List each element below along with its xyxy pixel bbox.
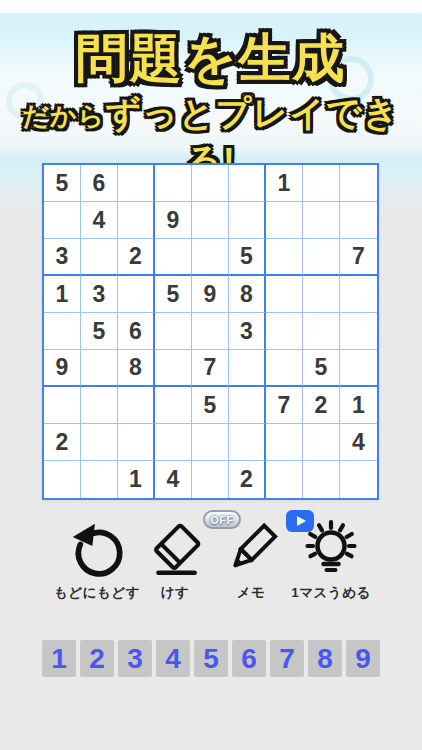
sudoku-cell-r5c1[interactable] (44, 313, 81, 350)
sudoku-cell-r8c6[interactable] (229, 424, 266, 461)
sudoku-cell-r5c8[interactable] (303, 313, 340, 350)
sudoku-cell-r3c5[interactable] (192, 239, 229, 276)
sudoku-cell-r4c5[interactable]: 9 (192, 276, 229, 313)
sudoku-cell-r6c2[interactable] (81, 350, 118, 387)
sudoku-cell-r8c3[interactable] (118, 424, 155, 461)
sudoku-cell-r2c6[interactable] (229, 202, 266, 239)
sudoku-cell-r8c9[interactable]: 4 (340, 424, 377, 461)
sudoku-cell-r9c7[interactable] (266, 461, 303, 498)
numpad-button-7[interactable]: 7 (270, 640, 304, 677)
sudoku-cell-r9c6[interactable]: 2 (229, 461, 266, 498)
sudoku-cell-r6c6[interactable] (229, 350, 266, 387)
sudoku-cell-r1c9[interactable] (340, 165, 377, 202)
sudoku-cell-r6c5[interactable]: 7 (192, 350, 229, 387)
sudoku-cell-r5c2[interactable]: 5 (81, 313, 118, 350)
sudoku-cell-r4c9[interactable] (340, 276, 377, 313)
sudoku-cell-r9c8[interactable] (303, 461, 340, 498)
sudoku-cell-r2c9[interactable] (340, 202, 377, 239)
banner-title: 問題を生成 (0, 30, 422, 86)
hint-label: 1マスうめる (276, 584, 386, 602)
sudoku-cell-r4c1[interactable]: 1 (44, 276, 81, 313)
sudoku-cell-r5c4[interactable] (155, 313, 192, 350)
sudoku-cell-r7c7[interactable]: 7 (266, 387, 303, 424)
sudoku-cell-r1c2[interactable]: 6 (81, 165, 118, 202)
numpad-button-2[interactable]: 2 (80, 640, 114, 677)
sudoku-cell-r7c8[interactable]: 2 (303, 387, 340, 424)
promo-banner: 問題を生成 だからずっとプレイできる! (0, 12, 422, 162)
sudoku-cell-r8c4[interactable] (155, 424, 192, 461)
sudoku-cell-r5c3[interactable]: 6 (118, 313, 155, 350)
sudoku-cell-r2c7[interactable] (266, 202, 303, 239)
sudoku-cell-r3c4[interactable] (155, 239, 192, 276)
numpad-button-8[interactable]: 8 (308, 640, 342, 677)
sudoku-cell-r3c2[interactable] (81, 239, 118, 276)
sudoku-cell-r1c8[interactable] (303, 165, 340, 202)
sudoku-cell-r3c9[interactable]: 7 (340, 239, 377, 276)
sudoku-cell-r4c8[interactable] (303, 276, 340, 313)
sudoku-cell-r4c7[interactable] (266, 276, 303, 313)
sudoku-cell-r5c5[interactable] (192, 313, 229, 350)
sudoku-cell-r9c4[interactable]: 4 (155, 461, 192, 498)
numpad-button-5[interactable]: 5 (194, 640, 228, 677)
sudoku-cell-r7c1[interactable] (44, 387, 81, 424)
sudoku-cell-r4c3[interactable] (118, 276, 155, 313)
sudoku-cell-r5c7[interactable] (266, 313, 303, 350)
sudoku-cell-r8c5[interactable] (192, 424, 229, 461)
sudoku-cell-r8c1[interactable]: 2 (44, 424, 81, 461)
sudoku-cell-r1c6[interactable] (229, 165, 266, 202)
sudoku-cell-r2c5[interactable] (192, 202, 229, 239)
sudoku-cell-r1c4[interactable] (155, 165, 192, 202)
numpad-button-9[interactable]: 9 (346, 640, 380, 677)
sudoku-cell-r9c2[interactable] (81, 461, 118, 498)
memo-off-badge: OFF (203, 510, 241, 529)
sudoku-cell-r6c8[interactable]: 5 (303, 350, 340, 387)
sudoku-cell-r8c2[interactable] (81, 424, 118, 461)
sudoku-cell-r9c9[interactable] (340, 461, 377, 498)
sudoku-cell-r6c9[interactable] (340, 350, 377, 387)
sudoku-cell-r3c6[interactable]: 5 (229, 239, 266, 276)
numpad-button-6[interactable]: 6 (232, 640, 266, 677)
sudoku-cell-r9c3[interactable]: 1 (118, 461, 155, 498)
sudoku-cell-r5c6[interactable]: 3 (229, 313, 266, 350)
hint-button[interactable]: 1マスうめる (276, 510, 386, 606)
sudoku-cell-r8c7[interactable] (266, 424, 303, 461)
sudoku-cell-r7c3[interactable] (118, 387, 155, 424)
banner-subtitle-prefix: だから (22, 101, 105, 131)
sudoku-cell-r8c8[interactable] (303, 424, 340, 461)
sudoku-cell-r9c1[interactable] (44, 461, 81, 498)
sudoku-cell-r3c7[interactable] (266, 239, 303, 276)
sudoku-cell-r1c7[interactable]: 1 (266, 165, 303, 202)
numpad-button-3[interactable]: 3 (118, 640, 152, 677)
sudoku-cell-r2c2[interactable]: 4 (81, 202, 118, 239)
sudoku-cell-r6c3[interactable]: 8 (118, 350, 155, 387)
sudoku-cell-r1c5[interactable] (192, 165, 229, 202)
sudoku-cell-r4c4[interactable]: 5 (155, 276, 192, 313)
sudoku-board: 561493257135985639875572124142 (42, 163, 379, 500)
sudoku-cell-r1c1[interactable]: 5 (44, 165, 81, 202)
sudoku-cell-r6c7[interactable] (266, 350, 303, 387)
numpad-button-1[interactable]: 1 (42, 640, 76, 677)
numpad-button-4[interactable]: 4 (156, 640, 190, 677)
sudoku-cell-r7c6[interactable] (229, 387, 266, 424)
sudoku-cell-r1c3[interactable] (118, 165, 155, 202)
sudoku-cell-r3c1[interactable]: 3 (44, 239, 81, 276)
sudoku-cell-r2c8[interactable] (303, 202, 340, 239)
sudoku-cell-r7c2[interactable] (81, 387, 118, 424)
sudoku-cell-r2c4[interactable]: 9 (155, 202, 192, 239)
play-triangle (297, 516, 306, 526)
sudoku-cell-r2c1[interactable] (44, 202, 81, 239)
sudoku-cell-r7c5[interactable]: 5 (192, 387, 229, 424)
sudoku-cell-r7c4[interactable] (155, 387, 192, 424)
number-pad: 123456789 (0, 640, 422, 677)
toolbar: もどにもどす けす OFF (0, 510, 422, 610)
sudoku-cell-r9c5[interactable] (192, 461, 229, 498)
app-screen: 問題を生成 だからずっとプレイできる! 56149325713598563987… (0, 0, 422, 750)
sudoku-cell-r6c4[interactable] (155, 350, 192, 387)
sudoku-cell-r4c6[interactable]: 8 (229, 276, 266, 313)
sudoku-cell-r5c9[interactable] (340, 313, 377, 350)
sudoku-cell-r3c3[interactable]: 2 (118, 239, 155, 276)
sudoku-cell-r7c9[interactable]: 1 (340, 387, 377, 424)
sudoku-cell-r3c8[interactable] (303, 239, 340, 276)
sudoku-cell-r2c3[interactable] (118, 202, 155, 239)
play-icon (286, 510, 314, 532)
sudoku-cell-r6c1[interactable]: 9 (44, 350, 81, 387)
sudoku-cell-r4c2[interactable]: 3 (81, 276, 118, 313)
